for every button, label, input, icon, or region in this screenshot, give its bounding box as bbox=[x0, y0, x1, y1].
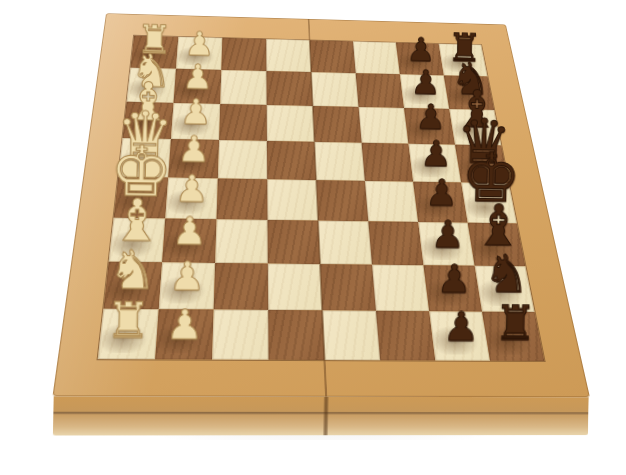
square[interactable] bbox=[314, 142, 364, 181]
piece-white-pawn[interactable]: ♟ bbox=[121, 304, 247, 346]
square[interactable] bbox=[267, 105, 315, 142]
photo-background: ♜♟♟♜♞♟♟♞♝♟♟♝♛♟♟♛♚♟♟♚♝♟♟♝♞♟♟♞♜♟♟♜ bbox=[0, 0, 626, 475]
piece-black-rook[interactable]: ♜ bbox=[455, 299, 576, 348]
perspective-scene: ♜♟♟♜♞♟♟♞♝♟♟♝♛♟♟♛♚♟♟♚♝♟♟♝♞♟♟♞♜♟♟♜ bbox=[0, 0, 626, 475]
piece-black-knight[interactable]: ♞ bbox=[448, 247, 565, 300]
chess-board: ♜♟♟♜♞♟♟♞♝♟♟♝♛♟♟♛♚♟♟♚♝♟♟♝♞♟♟♞♜♟♟♜ bbox=[52, 13, 589, 397]
square[interactable] bbox=[266, 71, 312, 106]
square[interactable] bbox=[266, 39, 311, 72]
square[interactable] bbox=[267, 141, 316, 180]
square[interactable] bbox=[313, 106, 362, 143]
square[interactable] bbox=[320, 264, 376, 311]
square[interactable] bbox=[322, 310, 380, 360]
square[interactable] bbox=[318, 221, 372, 265]
square[interactable] bbox=[310, 40, 356, 73]
board-grid: ♜♟♟♜♞♟♟♞♝♟♟♝♛♟♟♛♚♟♟♚♝♟♟♝♞♟♟♞♜♟♟♜ bbox=[98, 35, 545, 361]
camera-tilt-wrapper: ♜♟♟♜♞♟♟♞♝♟♟♝♛♟♟♛♚♟♟♚♝♟♟♝♞♟♟♞♜♟♟♜ bbox=[0, 0, 626, 475]
square[interactable] bbox=[268, 263, 322, 310]
square[interactable] bbox=[268, 310, 324, 360]
square[interactable]: ♜ bbox=[482, 312, 544, 361]
square[interactable] bbox=[267, 179, 318, 220]
square[interactable]: ♟ bbox=[155, 309, 214, 359]
board-side-face bbox=[53, 396, 589, 435]
square[interactable] bbox=[316, 180, 368, 221]
square[interactable] bbox=[311, 72, 358, 107]
square[interactable] bbox=[268, 220, 321, 264]
